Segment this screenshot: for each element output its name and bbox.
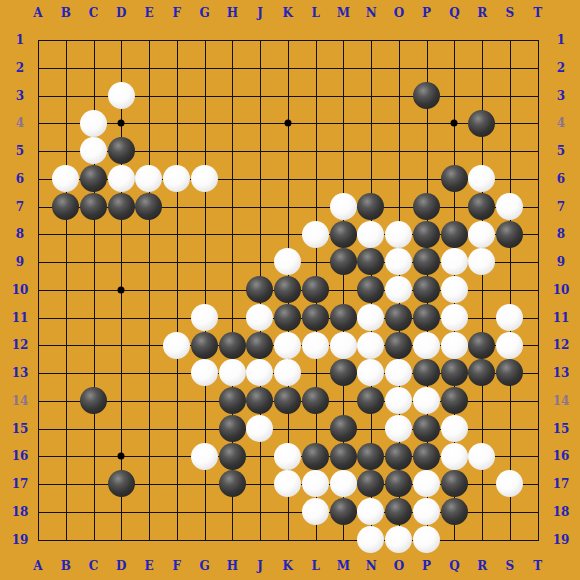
intersection[interactable] bbox=[385, 387, 413, 415]
intersection[interactable] bbox=[52, 109, 80, 137]
intersection[interactable] bbox=[385, 137, 413, 165]
intersection[interactable] bbox=[52, 442, 80, 470]
intersection[interactable] bbox=[496, 331, 524, 359]
intersection[interactable] bbox=[24, 26, 52, 54]
intersection[interactable] bbox=[329, 220, 357, 248]
intersection[interactable] bbox=[329, 470, 357, 498]
intersection[interactable] bbox=[191, 165, 219, 193]
intersection[interactable] bbox=[524, 248, 552, 276]
intersection[interactable] bbox=[302, 248, 330, 276]
intersection[interactable] bbox=[413, 470, 441, 498]
intersection[interactable] bbox=[440, 387, 468, 415]
intersection[interactable] bbox=[107, 165, 135, 193]
intersection[interactable] bbox=[524, 387, 552, 415]
intersection[interactable] bbox=[191, 331, 219, 359]
intersection[interactable] bbox=[524, 220, 552, 248]
intersection[interactable] bbox=[191, 470, 219, 498]
intersection[interactable] bbox=[385, 442, 413, 470]
intersection[interactable] bbox=[218, 248, 246, 276]
intersection[interactable] bbox=[496, 498, 524, 526]
intersection[interactable] bbox=[413, 248, 441, 276]
intersection[interactable] bbox=[440, 304, 468, 332]
intersection[interactable] bbox=[24, 442, 52, 470]
intersection[interactable] bbox=[357, 470, 385, 498]
intersection[interactable] bbox=[24, 165, 52, 193]
intersection[interactable] bbox=[135, 165, 163, 193]
intersection[interactable] bbox=[524, 470, 552, 498]
intersection[interactable] bbox=[246, 54, 274, 82]
intersection[interactable] bbox=[24, 82, 52, 110]
intersection[interactable] bbox=[413, 26, 441, 54]
intersection[interactable] bbox=[52, 26, 80, 54]
intersection[interactable] bbox=[440, 526, 468, 554]
intersection[interactable] bbox=[329, 26, 357, 54]
intersection[interactable] bbox=[302, 387, 330, 415]
intersection[interactable] bbox=[496, 304, 524, 332]
intersection[interactable] bbox=[80, 387, 108, 415]
intersection[interactable] bbox=[274, 109, 302, 137]
intersection[interactable] bbox=[135, 220, 163, 248]
intersection[interactable] bbox=[468, 470, 496, 498]
intersection[interactable] bbox=[163, 137, 191, 165]
intersection[interactable] bbox=[163, 331, 191, 359]
intersection[interactable] bbox=[52, 526, 80, 554]
intersection[interactable] bbox=[163, 248, 191, 276]
intersection[interactable] bbox=[274, 526, 302, 554]
intersection[interactable] bbox=[191, 304, 219, 332]
intersection[interactable] bbox=[52, 498, 80, 526]
intersection[interactable] bbox=[246, 137, 274, 165]
intersection[interactable] bbox=[80, 276, 108, 304]
intersection[interactable] bbox=[468, 26, 496, 54]
intersection[interactable] bbox=[496, 165, 524, 193]
intersection[interactable] bbox=[385, 470, 413, 498]
intersection[interactable] bbox=[135, 248, 163, 276]
intersection[interactable] bbox=[107, 470, 135, 498]
intersection[interactable] bbox=[329, 331, 357, 359]
intersection[interactable] bbox=[302, 137, 330, 165]
intersection[interactable] bbox=[496, 82, 524, 110]
intersection[interactable] bbox=[107, 331, 135, 359]
intersection[interactable] bbox=[357, 220, 385, 248]
intersection[interactable] bbox=[135, 415, 163, 443]
intersection[interactable] bbox=[135, 498, 163, 526]
intersection[interactable] bbox=[524, 526, 552, 554]
intersection[interactable] bbox=[413, 276, 441, 304]
intersection[interactable] bbox=[52, 415, 80, 443]
intersection[interactable] bbox=[329, 82, 357, 110]
intersection[interactable] bbox=[302, 165, 330, 193]
intersection[interactable] bbox=[191, 220, 219, 248]
intersection[interactable] bbox=[413, 193, 441, 221]
intersection[interactable] bbox=[107, 387, 135, 415]
intersection[interactable] bbox=[24, 137, 52, 165]
intersection[interactable] bbox=[329, 304, 357, 332]
intersection[interactable] bbox=[413, 498, 441, 526]
intersection[interactable] bbox=[107, 82, 135, 110]
intersection[interactable] bbox=[274, 304, 302, 332]
intersection[interactable] bbox=[524, 498, 552, 526]
intersection[interactable] bbox=[80, 109, 108, 137]
intersection[interactable] bbox=[274, 470, 302, 498]
intersection[interactable] bbox=[302, 442, 330, 470]
intersection[interactable] bbox=[135, 359, 163, 387]
intersection[interactable] bbox=[413, 220, 441, 248]
intersection[interactable] bbox=[302, 304, 330, 332]
intersection[interactable] bbox=[496, 276, 524, 304]
intersection[interactable] bbox=[274, 193, 302, 221]
intersection[interactable] bbox=[52, 193, 80, 221]
intersection[interactable] bbox=[413, 165, 441, 193]
intersection[interactable] bbox=[274, 359, 302, 387]
intersection[interactable] bbox=[191, 442, 219, 470]
intersection[interactable] bbox=[191, 276, 219, 304]
intersection[interactable] bbox=[135, 82, 163, 110]
intersection[interactable] bbox=[468, 109, 496, 137]
intersection[interactable] bbox=[302, 82, 330, 110]
intersection[interactable] bbox=[413, 304, 441, 332]
intersection[interactable] bbox=[357, 165, 385, 193]
intersection[interactable] bbox=[52, 220, 80, 248]
intersection[interactable] bbox=[52, 248, 80, 276]
intersection[interactable] bbox=[163, 415, 191, 443]
intersection[interactable] bbox=[218, 26, 246, 54]
intersection[interactable] bbox=[524, 276, 552, 304]
intersection[interactable] bbox=[302, 359, 330, 387]
intersection[interactable] bbox=[135, 387, 163, 415]
intersection[interactable] bbox=[496, 54, 524, 82]
intersection[interactable] bbox=[524, 415, 552, 443]
intersection[interactable] bbox=[24, 220, 52, 248]
intersection[interactable] bbox=[302, 331, 330, 359]
intersection[interactable] bbox=[357, 248, 385, 276]
intersection[interactable] bbox=[385, 359, 413, 387]
intersection[interactable] bbox=[357, 137, 385, 165]
intersection[interactable] bbox=[80, 248, 108, 276]
intersection[interactable] bbox=[24, 359, 52, 387]
intersection[interactable] bbox=[440, 248, 468, 276]
intersection[interactable] bbox=[440, 415, 468, 443]
intersection[interactable] bbox=[80, 359, 108, 387]
intersection[interactable] bbox=[107, 54, 135, 82]
intersection[interactable] bbox=[524, 442, 552, 470]
intersection[interactable] bbox=[440, 470, 468, 498]
intersection[interactable] bbox=[524, 137, 552, 165]
intersection[interactable] bbox=[413, 415, 441, 443]
intersection[interactable] bbox=[385, 331, 413, 359]
intersection[interactable] bbox=[302, 415, 330, 443]
intersection[interactable] bbox=[24, 276, 52, 304]
intersection[interactable] bbox=[274, 331, 302, 359]
intersection[interactable] bbox=[302, 26, 330, 54]
intersection[interactable] bbox=[385, 498, 413, 526]
intersection[interactable] bbox=[413, 359, 441, 387]
intersection[interactable] bbox=[135, 276, 163, 304]
intersection[interactable] bbox=[440, 82, 468, 110]
intersection[interactable] bbox=[135, 26, 163, 54]
intersection[interactable] bbox=[218, 220, 246, 248]
intersection[interactable] bbox=[385, 26, 413, 54]
intersection[interactable] bbox=[468, 137, 496, 165]
intersection[interactable] bbox=[191, 498, 219, 526]
intersection[interactable] bbox=[163, 165, 191, 193]
intersection[interactable] bbox=[80, 220, 108, 248]
intersection[interactable] bbox=[163, 276, 191, 304]
intersection[interactable] bbox=[52, 276, 80, 304]
intersection[interactable] bbox=[80, 137, 108, 165]
intersection[interactable] bbox=[357, 193, 385, 221]
intersection[interactable] bbox=[218, 415, 246, 443]
intersection[interactable] bbox=[274, 220, 302, 248]
intersection[interactable] bbox=[135, 109, 163, 137]
intersection[interactable] bbox=[385, 82, 413, 110]
intersection[interactable] bbox=[524, 165, 552, 193]
intersection[interactable] bbox=[135, 331, 163, 359]
intersection[interactable] bbox=[524, 109, 552, 137]
intersection[interactable] bbox=[24, 304, 52, 332]
intersection[interactable] bbox=[246, 442, 274, 470]
intersection[interactable] bbox=[524, 359, 552, 387]
intersection[interactable] bbox=[107, 276, 135, 304]
intersection[interactable] bbox=[218, 498, 246, 526]
intersection[interactable] bbox=[385, 165, 413, 193]
intersection[interactable] bbox=[24, 387, 52, 415]
intersection[interactable] bbox=[80, 470, 108, 498]
intersection[interactable] bbox=[496, 137, 524, 165]
intersection[interactable] bbox=[385, 526, 413, 554]
intersection[interactable] bbox=[80, 193, 108, 221]
intersection[interactable] bbox=[80, 415, 108, 443]
intersection[interactable] bbox=[107, 359, 135, 387]
intersection[interactable] bbox=[385, 276, 413, 304]
intersection[interactable] bbox=[357, 526, 385, 554]
intersection[interactable] bbox=[496, 248, 524, 276]
intersection[interactable] bbox=[329, 248, 357, 276]
intersection[interactable] bbox=[107, 193, 135, 221]
intersection[interactable] bbox=[357, 26, 385, 54]
intersection[interactable] bbox=[274, 276, 302, 304]
intersection[interactable] bbox=[274, 165, 302, 193]
intersection[interactable] bbox=[246, 304, 274, 332]
intersection[interactable] bbox=[302, 276, 330, 304]
intersection[interactable] bbox=[246, 359, 274, 387]
intersection[interactable] bbox=[468, 359, 496, 387]
intersection[interactable] bbox=[496, 220, 524, 248]
intersection[interactable] bbox=[191, 82, 219, 110]
intersection[interactable] bbox=[52, 165, 80, 193]
intersection[interactable] bbox=[246, 26, 274, 54]
intersection[interactable] bbox=[385, 248, 413, 276]
intersection[interactable] bbox=[329, 276, 357, 304]
intersection[interactable] bbox=[357, 276, 385, 304]
intersection[interactable] bbox=[80, 54, 108, 82]
intersection[interactable] bbox=[524, 193, 552, 221]
intersection[interactable] bbox=[496, 109, 524, 137]
intersection[interactable] bbox=[440, 54, 468, 82]
intersection[interactable] bbox=[468, 82, 496, 110]
intersection[interactable] bbox=[274, 26, 302, 54]
intersection[interactable] bbox=[52, 137, 80, 165]
intersection[interactable] bbox=[440, 193, 468, 221]
intersection[interactable] bbox=[413, 526, 441, 554]
intersection[interactable] bbox=[413, 82, 441, 110]
intersection[interactable] bbox=[302, 220, 330, 248]
intersection[interactable] bbox=[468, 165, 496, 193]
intersection[interactable] bbox=[357, 359, 385, 387]
intersection[interactable] bbox=[218, 193, 246, 221]
intersection[interactable] bbox=[191, 387, 219, 415]
intersection[interactable] bbox=[329, 54, 357, 82]
intersection[interactable] bbox=[496, 526, 524, 554]
intersection[interactable] bbox=[468, 276, 496, 304]
intersection[interactable] bbox=[163, 304, 191, 332]
intersection[interactable] bbox=[107, 442, 135, 470]
intersection[interactable] bbox=[468, 498, 496, 526]
intersection[interactable] bbox=[135, 526, 163, 554]
intersection[interactable] bbox=[385, 220, 413, 248]
intersection[interactable] bbox=[274, 498, 302, 526]
intersection[interactable] bbox=[274, 82, 302, 110]
intersection[interactable] bbox=[135, 54, 163, 82]
intersection[interactable] bbox=[80, 498, 108, 526]
intersection[interactable] bbox=[24, 470, 52, 498]
intersection[interactable] bbox=[107, 26, 135, 54]
intersection[interactable] bbox=[80, 442, 108, 470]
intersection[interactable] bbox=[135, 470, 163, 498]
intersection[interactable] bbox=[24, 248, 52, 276]
intersection[interactable] bbox=[246, 415, 274, 443]
intersection[interactable] bbox=[496, 359, 524, 387]
intersection[interactable] bbox=[107, 304, 135, 332]
intersection[interactable] bbox=[163, 220, 191, 248]
intersection[interactable] bbox=[302, 193, 330, 221]
intersection[interactable] bbox=[329, 359, 357, 387]
intersection[interactable] bbox=[357, 498, 385, 526]
intersection[interactable] bbox=[163, 470, 191, 498]
intersection[interactable] bbox=[385, 304, 413, 332]
intersection[interactable] bbox=[440, 109, 468, 137]
intersection[interactable] bbox=[357, 387, 385, 415]
intersection[interactable] bbox=[524, 26, 552, 54]
intersection[interactable] bbox=[524, 331, 552, 359]
intersection[interactable] bbox=[329, 498, 357, 526]
intersection[interactable] bbox=[24, 415, 52, 443]
intersection[interactable] bbox=[163, 26, 191, 54]
intersection[interactable] bbox=[274, 137, 302, 165]
intersection[interactable] bbox=[191, 109, 219, 137]
intersection[interactable] bbox=[163, 109, 191, 137]
intersection[interactable] bbox=[385, 54, 413, 82]
intersection[interactable] bbox=[302, 54, 330, 82]
intersection[interactable] bbox=[163, 526, 191, 554]
intersection[interactable] bbox=[218, 109, 246, 137]
intersection[interactable] bbox=[80, 165, 108, 193]
intersection[interactable] bbox=[246, 82, 274, 110]
intersection[interactable] bbox=[107, 109, 135, 137]
intersection[interactable] bbox=[468, 193, 496, 221]
intersection[interactable] bbox=[440, 331, 468, 359]
intersection[interactable] bbox=[246, 193, 274, 221]
intersection[interactable] bbox=[24, 193, 52, 221]
intersection[interactable] bbox=[329, 442, 357, 470]
intersection[interactable] bbox=[246, 526, 274, 554]
intersection[interactable] bbox=[357, 331, 385, 359]
intersection[interactable] bbox=[107, 248, 135, 276]
intersection[interactable] bbox=[385, 109, 413, 137]
intersection[interactable] bbox=[80, 304, 108, 332]
intersection[interactable] bbox=[524, 54, 552, 82]
intersection[interactable] bbox=[468, 526, 496, 554]
intersection[interactable] bbox=[302, 498, 330, 526]
intersection[interactable] bbox=[218, 387, 246, 415]
intersection[interactable] bbox=[163, 193, 191, 221]
intersection[interactable] bbox=[107, 526, 135, 554]
intersection[interactable] bbox=[468, 387, 496, 415]
intersection[interactable] bbox=[80, 26, 108, 54]
intersection[interactable] bbox=[246, 109, 274, 137]
intersection[interactable] bbox=[135, 442, 163, 470]
intersection[interactable] bbox=[107, 220, 135, 248]
intersection[interactable] bbox=[413, 442, 441, 470]
intersection[interactable] bbox=[218, 526, 246, 554]
intersection[interactable] bbox=[218, 331, 246, 359]
intersection[interactable] bbox=[329, 165, 357, 193]
intersection[interactable] bbox=[246, 387, 274, 415]
intersection[interactable] bbox=[440, 498, 468, 526]
intersection[interactable] bbox=[135, 137, 163, 165]
intersection[interactable] bbox=[163, 82, 191, 110]
intersection[interactable] bbox=[468, 220, 496, 248]
intersection[interactable] bbox=[329, 387, 357, 415]
intersection[interactable] bbox=[496, 442, 524, 470]
intersection[interactable] bbox=[274, 442, 302, 470]
intersection[interactable] bbox=[413, 331, 441, 359]
intersection[interactable] bbox=[357, 109, 385, 137]
intersection[interactable] bbox=[107, 137, 135, 165]
intersection[interactable] bbox=[385, 193, 413, 221]
intersection[interactable] bbox=[440, 220, 468, 248]
intersection[interactable] bbox=[524, 82, 552, 110]
intersection[interactable] bbox=[246, 248, 274, 276]
intersection[interactable] bbox=[413, 387, 441, 415]
intersection[interactable] bbox=[329, 109, 357, 137]
intersection[interactable] bbox=[329, 415, 357, 443]
intersection[interactable] bbox=[468, 304, 496, 332]
intersection[interactable] bbox=[52, 331, 80, 359]
intersection[interactable] bbox=[135, 304, 163, 332]
intersection[interactable] bbox=[52, 387, 80, 415]
intersection[interactable] bbox=[496, 193, 524, 221]
intersection[interactable] bbox=[163, 359, 191, 387]
intersection[interactable] bbox=[357, 54, 385, 82]
intersection[interactable] bbox=[246, 276, 274, 304]
intersection[interactable] bbox=[218, 276, 246, 304]
intersection[interactable] bbox=[440, 359, 468, 387]
intersection[interactable] bbox=[329, 137, 357, 165]
intersection[interactable] bbox=[468, 248, 496, 276]
intersection[interactable] bbox=[329, 193, 357, 221]
intersection[interactable] bbox=[24, 498, 52, 526]
intersection[interactable] bbox=[468, 442, 496, 470]
intersection[interactable] bbox=[218, 304, 246, 332]
intersection[interactable] bbox=[191, 54, 219, 82]
intersection[interactable] bbox=[163, 498, 191, 526]
intersection[interactable] bbox=[163, 54, 191, 82]
intersection[interactable] bbox=[274, 387, 302, 415]
intersection[interactable] bbox=[468, 331, 496, 359]
intersection[interactable] bbox=[24, 54, 52, 82]
intersection[interactable] bbox=[440, 276, 468, 304]
